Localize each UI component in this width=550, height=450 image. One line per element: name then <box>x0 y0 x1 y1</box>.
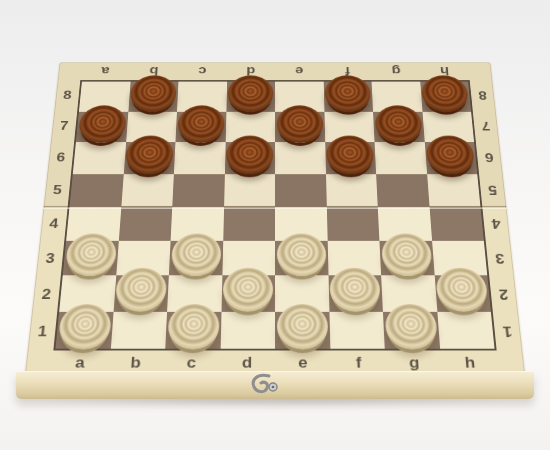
piece-light-g1[interactable] <box>384 304 438 350</box>
file-label-a: a <box>80 62 130 80</box>
square-b6[interactable] <box>123 142 175 174</box>
square-a7[interactable] <box>76 111 128 142</box>
square-c3[interactable] <box>169 240 223 275</box>
piece-light-e3[interactable] <box>277 233 327 276</box>
piece-dark-f8[interactable] <box>325 76 372 112</box>
square-g1[interactable] <box>383 311 440 348</box>
square-e1[interactable] <box>275 311 330 348</box>
piece-dark-c7[interactable] <box>177 105 225 143</box>
piece-light-h2[interactable] <box>435 268 489 312</box>
rank-label-6: 6 <box>476 141 503 173</box>
piece-dark-h8[interactable] <box>421 76 470 112</box>
file-labels-top: abcdefgh <box>80 62 469 80</box>
rank-label-5: 5 <box>479 173 506 206</box>
square-h4[interactable] <box>429 207 484 241</box>
photo-scene: abcdefgh abcdefgh 87654321 87654321 <box>0 0 550 450</box>
board-grid <box>53 80 496 350</box>
square-b1 <box>110 311 167 348</box>
clasp-hook-icon <box>244 373 288 397</box>
rank-label-4: 4 <box>40 207 68 241</box>
rank-label-1: 1 <box>493 313 522 351</box>
square-f1 <box>329 311 385 348</box>
square-b8[interactable] <box>128 82 178 112</box>
square-b4[interactable] <box>118 207 172 241</box>
square-a1[interactable] <box>55 311 113 348</box>
piece-dark-b8[interactable] <box>129 76 177 112</box>
piece-light-c3[interactable] <box>171 233 222 276</box>
rank-label-2: 2 <box>32 276 61 313</box>
square-f5 <box>326 174 378 207</box>
square-e6 <box>275 142 326 174</box>
rank-label-6: 6 <box>47 141 74 173</box>
piece-dark-g7[interactable] <box>374 105 423 143</box>
square-f2[interactable] <box>328 275 383 311</box>
piece-light-g3[interactable] <box>381 233 433 276</box>
square-f8[interactable] <box>323 82 373 112</box>
square-h1 <box>437 311 495 348</box>
fold-seam <box>43 206 506 209</box>
checkers-board: abcdefgh abcdefgh 87654321 87654321 <box>25 62 525 374</box>
piece-dark-b6[interactable] <box>125 136 174 175</box>
file-label-g: g <box>371 62 421 80</box>
square-h6[interactable] <box>424 142 477 174</box>
piece-light-b2[interactable] <box>115 268 168 312</box>
square-a3[interactable] <box>63 240 119 275</box>
piece-dark-e7[interactable] <box>277 105 324 143</box>
piece-light-d2[interactable] <box>223 268 274 312</box>
box-front-edge <box>16 371 534 399</box>
square-d6[interactable] <box>224 142 275 174</box>
square-c7[interactable] <box>175 111 226 142</box>
square-e7[interactable] <box>275 111 325 142</box>
rank-label-5: 5 <box>44 173 71 206</box>
square-d8[interactable] <box>226 82 275 112</box>
square-c1[interactable] <box>165 311 221 348</box>
rank-label-2: 2 <box>489 276 518 313</box>
square-d2[interactable] <box>221 275 275 311</box>
rank-label-1: 1 <box>28 313 57 351</box>
square-f4[interactable] <box>326 207 379 241</box>
square-e5[interactable] <box>275 174 326 207</box>
rank-label-7: 7 <box>51 110 77 141</box>
square-g3[interactable] <box>379 240 434 275</box>
piece-dark-d6[interactable] <box>226 136 273 175</box>
file-label-c: c <box>178 62 227 80</box>
piece-light-a1[interactable] <box>57 304 112 350</box>
square-g7[interactable] <box>373 111 424 142</box>
square-g5[interactable] <box>376 174 429 207</box>
square-g6 <box>375 142 427 174</box>
square-d4[interactable] <box>223 207 275 241</box>
piece-light-f2[interactable] <box>330 268 382 312</box>
piece-dark-f6[interactable] <box>326 136 374 175</box>
square-h8[interactable] <box>420 82 471 112</box>
rank-label-4: 4 <box>482 207 510 241</box>
square-f6[interactable] <box>325 142 376 174</box>
piece-light-a3[interactable] <box>64 233 117 276</box>
square-c5[interactable] <box>172 174 224 207</box>
piece-dark-h6[interactable] <box>425 136 475 175</box>
square-h2[interactable] <box>434 275 491 311</box>
rank-label-8: 8 <box>54 80 80 110</box>
rank-label-3: 3 <box>36 241 64 276</box>
square-b5 <box>121 174 174 207</box>
piece-light-e1[interactable] <box>277 304 328 350</box>
piece-dark-d8[interactable] <box>228 76 274 112</box>
square-a6 <box>73 142 126 174</box>
rank-label-7: 7 <box>473 110 499 141</box>
square-b2[interactable] <box>113 275 169 311</box>
piece-light-c1[interactable] <box>167 304 220 350</box>
rank-label-8: 8 <box>470 80 496 110</box>
square-a5[interactable] <box>70 174 124 207</box>
square-c6 <box>174 142 225 174</box>
square-h5 <box>427 174 481 207</box>
square-d5 <box>224 174 275 207</box>
square-d1 <box>220 311 275 348</box>
file-label-e: e <box>275 62 324 80</box>
piece-dark-a7[interactable] <box>77 105 126 143</box>
rank-label-3: 3 <box>486 241 514 276</box>
square-e3[interactable] <box>275 240 328 275</box>
